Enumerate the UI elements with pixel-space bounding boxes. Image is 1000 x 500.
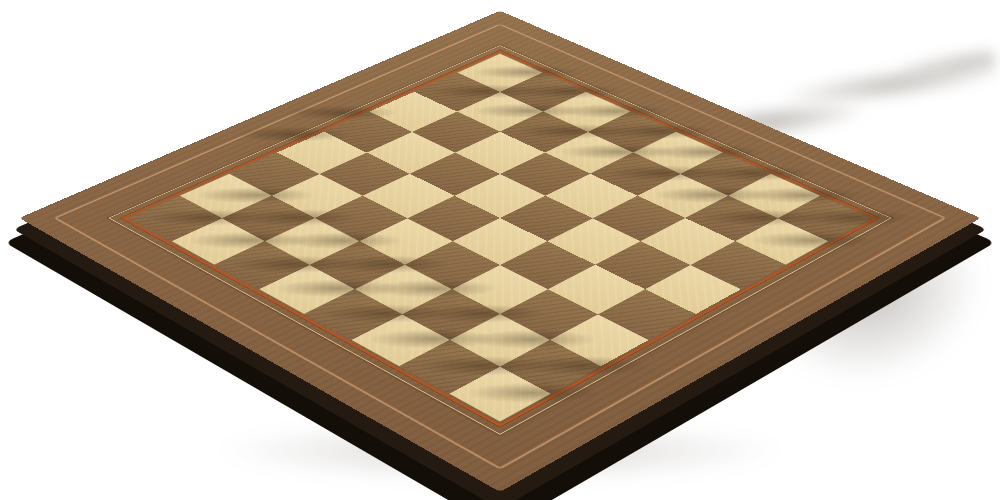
chess-set-photo: ♜♞♝♚♛♝♞♜♟♟♟♟♟♟♟♟♟♟♟♟♟♟♟♟♜♞♝♚♛♝♞♜ ♛♛ <box>0 0 1000 500</box>
black-rook-icon: ♜ <box>458 307 541 400</box>
white-pawn-icon: ♟ <box>748 172 815 247</box>
scene: ♜♞♝♚♛♝♞♜♟♟♟♟♟♟♟♟♟♟♟♟♟♟♟♟♜♞♝♚♛♝♞♜ ♛♛ <box>0 0 1000 500</box>
chess-board: ♜♞♝♚♛♝♞♜♟♟♟♟♟♟♟♟♟♟♟♟♟♟♟♟♜♞♝♚♛♝♞♜ ♛♛ <box>19 11 981 492</box>
